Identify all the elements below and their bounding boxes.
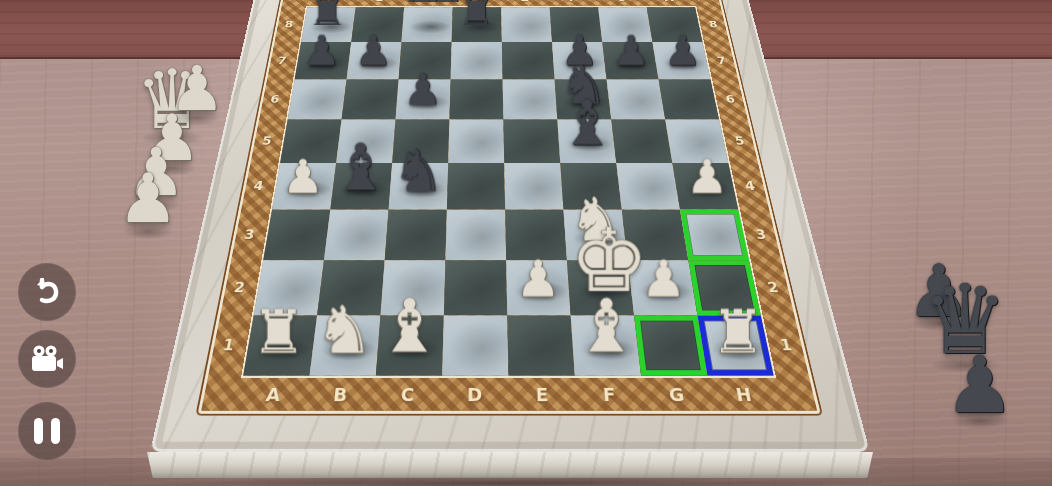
square-shading — [452, 7, 502, 42]
square-shading — [504, 163, 563, 210]
square-b4[interactable] — [330, 163, 392, 210]
square-shading — [448, 120, 504, 163]
square-b5[interactable] — [336, 120, 395, 163]
rank-label-8: 8 — [708, 19, 719, 29]
square-d7[interactable] — [451, 42, 503, 79]
rank-label-6: 6 — [269, 93, 281, 105]
square-e8[interactable] — [501, 7, 552, 42]
file-label-A: A — [264, 384, 282, 405]
file-label-D: D — [467, 384, 483, 405]
square-a2[interactable] — [254, 260, 324, 315]
square-shading — [347, 42, 402, 79]
file-label-A: A — [327, 0, 339, 3]
board-3d-scene: ♜♚♜♟♟♟♟♟♟♞♝♝♞♟♟♞♟♚♟♜♞♝♝♜ AABBCCDDEEFFGGH… — [150, 0, 870, 458]
square-shading — [616, 163, 680, 210]
square-g8[interactable] — [598, 7, 652, 42]
square-e7[interactable] — [502, 42, 555, 79]
square-shading — [571, 316, 641, 376]
square-shading — [351, 7, 404, 42]
square-d6[interactable] — [449, 79, 503, 119]
rank-label-7: 7 — [277, 55, 288, 66]
file-label-B: B — [332, 384, 349, 405]
square-shading — [280, 120, 341, 163]
square-c7[interactable] — [399, 42, 452, 79]
square-shading — [310, 316, 381, 376]
rank-label-5: 5 — [261, 135, 273, 148]
square-b2[interactable] — [317, 260, 385, 315]
square-h1[interactable] — [698, 316, 774, 376]
square-shading — [507, 316, 575, 376]
square-shading — [389, 163, 449, 210]
square-c1[interactable] — [376, 316, 444, 376]
square-shading — [295, 42, 352, 79]
board-drop-shadow — [140, 476, 880, 486]
camera-button[interactable] — [18, 330, 76, 388]
square-shading — [634, 316, 707, 376]
square-f4[interactable] — [560, 163, 621, 210]
file-label-D: D — [471, 0, 483, 3]
square-f6[interactable] — [555, 79, 612, 119]
file-label-E: E — [535, 384, 549, 405]
square-shading — [288, 79, 347, 119]
file-label-H: H — [662, 0, 676, 3]
square-g5[interactable] — [611, 120, 672, 163]
square-shading — [399, 42, 452, 79]
file-label-E: E — [520, 0, 530, 3]
square-d4[interactable] — [447, 163, 505, 210]
file-label-F: F — [568, 0, 579, 3]
square-shading — [396, 79, 451, 119]
square-shading — [680, 210, 749, 261]
square-a4[interactable] — [272, 163, 336, 210]
square-c3[interactable] — [385, 210, 447, 261]
square-shading — [501, 7, 552, 42]
square-shading — [602, 42, 658, 79]
square-shading — [503, 79, 558, 119]
square-a7[interactable] — [295, 42, 352, 79]
square-a3[interactable] — [263, 210, 330, 261]
square-f3[interactable] — [563, 210, 627, 261]
square-shading — [628, 260, 698, 315]
square-shading — [550, 7, 603, 42]
square-c6[interactable] — [396, 79, 451, 119]
square-e1[interactable] — [507, 316, 575, 376]
square-shading — [254, 260, 324, 315]
square-shading — [506, 260, 571, 315]
undo-arrow-icon — [30, 275, 64, 309]
square-d8[interactable] — [452, 7, 502, 42]
square-c5[interactable] — [392, 120, 449, 163]
file-label-F: F — [602, 384, 617, 405]
square-h2[interactable] — [688, 260, 760, 315]
square-shading — [272, 163, 336, 210]
pause-button[interactable] — [18, 402, 76, 460]
square-shading — [611, 120, 672, 163]
rank-label-2: 2 — [233, 279, 247, 295]
square-shading — [330, 163, 392, 210]
square-f7[interactable] — [552, 42, 607, 79]
square-b8[interactable] — [351, 7, 404, 42]
rank-label-8: 8 — [284, 19, 295, 29]
square-g6[interactable] — [607, 79, 666, 119]
square-e2[interactable] — [506, 260, 571, 315]
square-shading — [503, 120, 560, 163]
square-a1[interactable] — [243, 316, 317, 376]
square-d5[interactable] — [448, 120, 504, 163]
file-label-B: B — [375, 0, 387, 3]
square-shading — [385, 210, 447, 261]
square-shading — [652, 42, 710, 79]
square-a5[interactable] — [280, 120, 341, 163]
square-a8[interactable] — [301, 7, 356, 42]
square-shading — [607, 79, 666, 119]
square-b3[interactable] — [324, 210, 389, 261]
square-shading — [263, 210, 330, 261]
square-shading — [557, 120, 616, 163]
square-shading — [560, 163, 621, 210]
square-shading — [392, 120, 449, 163]
file-label-G: G — [668, 384, 687, 405]
file-label-G: G — [615, 0, 628, 3]
square-shading — [449, 79, 503, 119]
square-shading — [698, 316, 774, 376]
square-e3[interactable] — [505, 210, 567, 261]
square-h8[interactable] — [647, 7, 703, 42]
captured-black-pawn: ♟ — [945, 348, 1015, 422]
square-f2[interactable] — [567, 260, 634, 315]
square-g2[interactable] — [628, 260, 698, 315]
square-shading — [672, 163, 738, 210]
pause-icon — [34, 418, 60, 444]
square-shading — [563, 210, 627, 261]
square-shading — [505, 210, 567, 261]
square-g1[interactable] — [634, 316, 707, 376]
square-shading — [502, 42, 555, 79]
square-shading — [336, 120, 395, 163]
square-d2[interactable] — [444, 260, 507, 315]
game-screen: ♜♚♜♟♟♟♟♟♟♞♝♝♞♟♟♞♟♚♟♜♞♝♝♜ AABBCCDDEEFFGGH… — [0, 0, 1052, 486]
square-d3[interactable] — [445, 210, 506, 261]
square-shading — [317, 260, 385, 315]
rank-label-2: 2 — [766, 279, 781, 295]
square-c4[interactable] — [389, 163, 449, 210]
square-a6[interactable] — [288, 79, 347, 119]
captured-white-pawn: ♟ — [118, 167, 179, 232]
square-f1[interactable] — [571, 316, 641, 376]
square-shading — [647, 7, 703, 42]
square-shading — [442, 316, 508, 376]
square-shading — [451, 42, 503, 79]
square-g4[interactable] — [616, 163, 680, 210]
chess-board[interactable]: ♜♚♜♟♟♟♟♟♟♞♝♝♞♟♟♞♟♚♟♜♞♝♝♜ AABBCCDDEEFFGGH… — [150, 0, 870, 452]
square-shading — [659, 79, 720, 119]
square-shading — [555, 79, 612, 119]
square-shading — [444, 260, 507, 315]
square-h5[interactable] — [665, 120, 728, 163]
square-e4[interactable] — [504, 163, 563, 210]
square-b7[interactable] — [347, 42, 402, 79]
square-shading — [567, 260, 634, 315]
square-shading — [380, 260, 445, 315]
board-grid[interactable]: ♜♚♜♟♟♟♟♟♟♞♝♝♞♟♟♞♟♚♟♜♞♝♝♜ — [243, 7, 774, 376]
square-shading — [665, 120, 728, 163]
square-h7[interactable] — [652, 42, 710, 79]
square-shading — [301, 7, 356, 42]
undo-button[interactable] — [18, 263, 76, 321]
square-c2[interactable] — [380, 260, 445, 315]
square-shading — [376, 316, 444, 376]
square-g7[interactable] — [602, 42, 658, 79]
square-b1[interactable] — [310, 316, 381, 376]
square-shading — [688, 260, 760, 315]
square-f8[interactable] — [550, 7, 603, 42]
file-label-C: C — [423, 0, 434, 3]
square-shading — [445, 210, 506, 261]
square-f5[interactable] — [557, 120, 616, 163]
square-g3[interactable] — [622, 210, 689, 261]
square-shading — [447, 163, 505, 210]
square-shading — [552, 42, 607, 79]
square-shading — [598, 7, 652, 42]
square-shading — [401, 7, 452, 42]
video-camera-icon — [29, 343, 65, 375]
square-b6[interactable] — [342, 79, 399, 119]
square-e5[interactable] — [503, 120, 560, 163]
square-c8[interactable] — [401, 7, 452, 42]
square-h4[interactable] — [672, 163, 738, 210]
square-h3[interactable] — [680, 210, 749, 261]
square-shading — [622, 210, 689, 261]
square-d1[interactable] — [442, 316, 508, 376]
square-shading — [342, 79, 399, 119]
square-h6[interactable] — [659, 79, 720, 119]
square-shading — [243, 316, 317, 376]
file-label-C: C — [400, 384, 415, 405]
square-shading — [324, 210, 389, 261]
square-e6[interactable] — [503, 79, 558, 119]
